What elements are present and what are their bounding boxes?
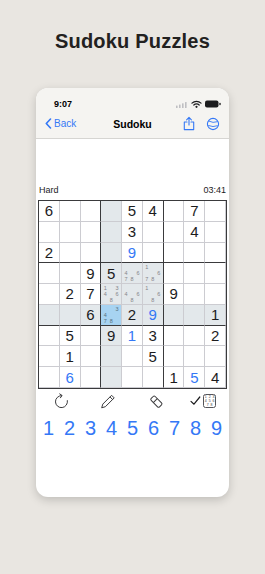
cell-r6c9[interactable]: 1 (205, 305, 226, 326)
cell-r9c6[interactable] (143, 367, 164, 388)
given-digit: 4 (190, 224, 198, 239)
cell-r1c8[interactable]: 7 (184, 201, 205, 222)
cell-r8c8[interactable] (184, 346, 205, 367)
given-digit: 5 (149, 349, 157, 364)
cell-r8c6[interactable]: 5 (143, 346, 164, 367)
cell-r6c8[interactable] (184, 305, 205, 326)
cell-r4c5[interactable]: 4678 (122, 263, 143, 284)
eraser-icon (148, 393, 165, 410)
pencil-marks: 1678 (144, 264, 162, 282)
cell-r6c3[interactable]: 6 (81, 305, 102, 326)
cell-r8c4[interactable] (101, 346, 122, 367)
given-digit: 6 (86, 307, 94, 322)
given-digit: 2 (65, 286, 73, 301)
numpad-6[interactable]: 6 (143, 415, 164, 441)
given-digit: 6 (45, 203, 53, 218)
cell-r4c6[interactable]: 1678 (143, 263, 164, 284)
cell-r4c9[interactable] (205, 263, 226, 284)
given-digit: 3 (128, 224, 136, 239)
pencil-marks: 168 (144, 285, 162, 303)
cell-r2c1[interactable] (39, 222, 60, 243)
status-icons (176, 100, 221, 109)
undo-button[interactable] (38, 389, 85, 413)
cell-r7c9[interactable]: 2 (205, 326, 226, 347)
cell-r4c4[interactable]: 5 (101, 263, 122, 284)
cell-r4c7[interactable] (164, 263, 185, 284)
back-label: Back (54, 118, 76, 129)
pencil-marks: 4678 (123, 264, 141, 282)
sudoku-board: 6547342995467816782713468468168963478291… (38, 200, 227, 389)
given-digit: 9 (107, 328, 115, 343)
chevron-left-icon (45, 118, 52, 129)
cell-r6c5[interactable]: 2 (122, 305, 143, 326)
cell-r2c4[interactable] (101, 222, 122, 243)
cell-r9c5[interactable] (122, 367, 143, 388)
cell-r9c2[interactable]: 6 (60, 367, 81, 388)
cell-r9c3[interactable] (81, 367, 102, 388)
numpad-5[interactable]: 5 (122, 415, 143, 441)
cell-r5c2[interactable]: 2 (60, 284, 81, 305)
pencil-marks: 468 (123, 285, 141, 303)
cell-r4c1[interactable] (39, 263, 60, 284)
cell-r9c7[interactable]: 1 (164, 367, 185, 388)
notes-grid-icon: 1 2 3 4 5 6 7 8 (203, 394, 216, 408)
back-button[interactable]: Back (45, 118, 76, 129)
cell-r9c1[interactable] (39, 367, 60, 388)
cell-r5c1[interactable] (39, 284, 60, 305)
cell-r3c1[interactable]: 2 (39, 243, 60, 264)
cell-r5c4[interactable]: 13468 (101, 284, 122, 305)
cell-r1c4[interactable] (101, 201, 122, 222)
timer-label: 03:41 (203, 185, 226, 195)
numpad-9[interactable]: 9 (206, 415, 227, 441)
cell-r2c5[interactable]: 3 (122, 222, 143, 243)
undo-icon (53, 393, 70, 410)
cell-r9c8[interactable]: 5 (184, 367, 205, 388)
eraser-button[interactable] (133, 389, 180, 413)
user-digit: 9 (128, 245, 136, 260)
cell-r5c7[interactable]: 9 (164, 284, 185, 305)
cell-r2c3[interactable] (81, 222, 102, 243)
user-digit: 6 (65, 370, 73, 385)
cell-r8c1[interactable] (39, 346, 60, 367)
given-digit: 7 (86, 286, 94, 301)
cell-r7c3[interactable] (81, 326, 102, 347)
cell-r1c1[interactable]: 6 (39, 201, 60, 222)
cellular-icon (176, 101, 188, 108)
cell-r1c5[interactable]: 5 (122, 201, 143, 222)
cell-r9c9[interactable]: 4 (205, 367, 226, 388)
cell-r7c2[interactable]: 5 (60, 326, 81, 347)
pencil-marks: 13468 (102, 285, 120, 303)
status-bar: 9:07 (36, 88, 229, 110)
pencil-marks: 3478 (102, 306, 120, 324)
given-digit: 3 (149, 328, 157, 343)
cell-r7c6[interactable]: 3 (143, 326, 164, 347)
cell-r7c7[interactable] (164, 326, 185, 347)
check-icon (190, 396, 201, 406)
page-title: Sudoku Puzzles (0, 30, 265, 53)
cell-r3c8[interactable] (184, 243, 205, 264)
numpad-8[interactable]: 8 (185, 415, 206, 441)
given-digit: 5 (107, 266, 115, 281)
notes-toggle-button[interactable]: 1 2 3 4 5 6 7 8 (180, 389, 227, 413)
cell-r2c6[interactable] (143, 222, 164, 243)
given-digit: 1 (169, 370, 177, 385)
cell-r3c2[interactable] (60, 243, 81, 264)
numpad-3[interactable]: 3 (80, 415, 101, 441)
cell-r8c2[interactable]: 1 (60, 346, 81, 367)
cell-r5c3[interactable]: 7 (81, 284, 102, 305)
cell-r5c8[interactable] (184, 284, 205, 305)
cell-r4c8[interactable] (184, 263, 205, 284)
status-time: 9:07 (54, 99, 72, 109)
cell-r3c4[interactable] (101, 243, 122, 264)
cell-r4c3[interactable]: 9 (81, 263, 102, 284)
given-digit: 9 (86, 266, 94, 281)
numpad-1[interactable]: 1 (38, 415, 59, 441)
cell-r9c4[interactable] (101, 367, 122, 388)
cell-r2c2[interactable] (60, 222, 81, 243)
cell-r1c6[interactable]: 4 (143, 201, 164, 222)
given-digit: 2 (45, 245, 53, 260)
cell-r2c7[interactable] (164, 222, 185, 243)
cell-r7c8[interactable] (184, 326, 205, 347)
cell-r2c9[interactable] (205, 222, 226, 243)
nav-bar: Back Sudoku (36, 110, 229, 137)
cell-r6c2[interactable] (60, 305, 81, 326)
cell-r6c1[interactable] (39, 305, 60, 326)
phone-mockup: 9:07 (36, 88, 229, 497)
cell-r3c7[interactable] (164, 243, 185, 264)
cell-r1c3[interactable] (81, 201, 102, 222)
given-digit: 5 (65, 328, 73, 343)
cell-r4c2[interactable] (60, 263, 81, 284)
given-digit: 4 (211, 370, 219, 385)
cell-r3c6[interactable] (143, 243, 164, 264)
cell-r5c9[interactable] (205, 284, 226, 305)
given-digit: 5 (128, 203, 136, 218)
wifi-icon (191, 100, 202, 108)
numpad-4[interactable]: 4 (101, 415, 122, 441)
pencil-button[interactable] (85, 389, 132, 413)
toolbar: 1 2 3 4 5 6 7 8 (38, 389, 227, 413)
cell-r1c2[interactable] (60, 201, 81, 222)
given-digit: 9 (169, 286, 177, 301)
cell-r3c5[interactable]: 9 (122, 243, 143, 264)
cell-r6c4[interactable]: 3478 (101, 305, 122, 326)
numpad-2[interactable]: 2 (59, 415, 80, 441)
share-icon[interactable] (183, 116, 195, 131)
user-digit: 9 (149, 307, 157, 322)
cell-r6c6[interactable]: 9 (143, 305, 164, 326)
number-pad: 123456789 (38, 415, 227, 441)
cell-r8c7[interactable] (164, 346, 185, 367)
cell-r7c4[interactable]: 9 (101, 326, 122, 347)
given-digit: 7 (190, 203, 198, 218)
pencil-icon (100, 393, 117, 410)
user-digit: 1 (128, 328, 136, 343)
cell-r8c9[interactable] (205, 346, 226, 367)
numpad-7[interactable]: 7 (164, 415, 185, 441)
phone-header: 9:07 (36, 88, 229, 139)
given-digit: 2 (128, 307, 136, 322)
cell-r7c5[interactable]: 1 (122, 326, 143, 347)
cell-r5c5[interactable]: 468 (122, 284, 143, 305)
given-digit: 1 (65, 349, 73, 364)
cell-r8c5[interactable] (122, 346, 143, 367)
given-digit: 4 (149, 203, 157, 218)
cell-r6c7[interactable] (164, 305, 185, 326)
difficulty-label: Hard (39, 185, 59, 195)
theme-icon[interactable] (206, 117, 220, 131)
cell-r5c6[interactable]: 168 (143, 284, 164, 305)
info-bar: Hard 03:41 (39, 185, 226, 195)
cell-r8c3[interactable] (81, 346, 102, 367)
cell-r1c7[interactable] (164, 201, 185, 222)
user-digit: 5 (190, 370, 198, 385)
cell-r3c9[interactable] (205, 243, 226, 264)
given-digit: 1 (211, 307, 219, 322)
given-digit: 2 (211, 328, 219, 343)
battery-icon (205, 100, 221, 108)
cell-r2c8[interactable]: 4 (184, 222, 205, 243)
cell-r7c1[interactable] (39, 326, 60, 347)
cell-r3c3[interactable] (81, 243, 102, 264)
cell-r1c9[interactable] (205, 201, 226, 222)
